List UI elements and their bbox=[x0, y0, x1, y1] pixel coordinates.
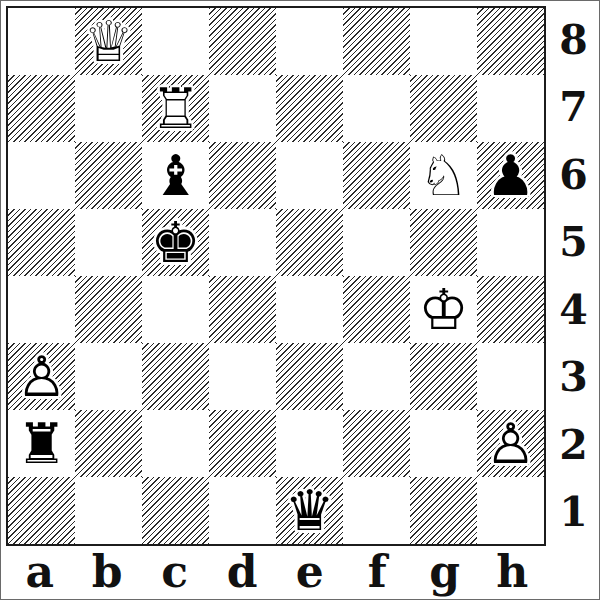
square-b1 bbox=[75, 477, 142, 544]
square-g8 bbox=[410, 8, 477, 75]
square-d5 bbox=[209, 209, 276, 276]
square-a3: ♟♙ bbox=[8, 343, 75, 410]
square-g5 bbox=[410, 209, 477, 276]
square-c5: ♚ bbox=[142, 209, 209, 276]
file-label-b: b bbox=[74, 544, 142, 598]
square-c2 bbox=[142, 410, 209, 477]
white-king-g4: ♔ bbox=[410, 276, 477, 343]
square-e5 bbox=[276, 209, 343, 276]
square-h3 bbox=[477, 343, 544, 410]
square-f5 bbox=[343, 209, 410, 276]
square-d6 bbox=[209, 142, 276, 209]
square-d1 bbox=[209, 477, 276, 544]
square-d3 bbox=[209, 343, 276, 410]
black-pawn-h6: ♟ bbox=[477, 142, 544, 209]
white-pawn-h2: ♙ bbox=[477, 410, 544, 477]
black-bishop-c6: ♝ bbox=[142, 142, 209, 209]
rank-label-1: 1 bbox=[548, 479, 599, 547]
square-g2 bbox=[410, 410, 477, 477]
square-e4 bbox=[276, 276, 343, 343]
rank-labels: 87654321 bbox=[548, 6, 599, 546]
square-f2 bbox=[343, 410, 410, 477]
square-f7 bbox=[343, 75, 410, 142]
square-g1 bbox=[410, 477, 477, 544]
square-c8 bbox=[142, 8, 209, 75]
square-h8 bbox=[477, 8, 544, 75]
square-f8 bbox=[343, 8, 410, 75]
black-queen-e1: ♛ bbox=[276, 477, 343, 544]
square-g6: ♞♘ bbox=[410, 142, 477, 209]
square-b4 bbox=[75, 276, 142, 343]
rank-label-7: 7 bbox=[548, 74, 599, 142]
square-e3 bbox=[276, 343, 343, 410]
square-g3 bbox=[410, 343, 477, 410]
square-c4 bbox=[142, 276, 209, 343]
rank-label-8: 8 bbox=[548, 6, 599, 74]
white-pawn-a3: ♙ bbox=[8, 343, 75, 410]
rank-label-2: 2 bbox=[548, 411, 599, 479]
square-a8 bbox=[8, 8, 75, 75]
square-e8 bbox=[276, 8, 343, 75]
square-b3 bbox=[75, 343, 142, 410]
square-c1 bbox=[142, 477, 209, 544]
square-h6: ♟ bbox=[477, 142, 544, 209]
square-h2: ♟♙ bbox=[477, 410, 544, 477]
square-e6 bbox=[276, 142, 343, 209]
chess-diagram: ♛♕♜♖♝♞♘♟♚♚♔♟♙♜♟♙♛ 87654321 abcdefgh bbox=[0, 0, 600, 600]
square-b5 bbox=[75, 209, 142, 276]
square-c3 bbox=[142, 343, 209, 410]
square-d4 bbox=[209, 276, 276, 343]
square-h1 bbox=[477, 477, 544, 544]
square-h4 bbox=[477, 276, 544, 343]
square-g4: ♚♔ bbox=[410, 276, 477, 343]
square-d7 bbox=[209, 75, 276, 142]
file-label-c: c bbox=[141, 544, 209, 598]
square-f3 bbox=[343, 343, 410, 410]
black-king-c5: ♚ bbox=[142, 209, 209, 276]
square-c7: ♜♖ bbox=[142, 75, 209, 142]
square-e7 bbox=[276, 75, 343, 142]
file-label-e: e bbox=[276, 544, 344, 598]
white-knight-g6: ♘ bbox=[410, 142, 477, 209]
rank-label-5: 5 bbox=[548, 209, 599, 277]
square-h5 bbox=[477, 209, 544, 276]
file-labels: abcdefgh bbox=[6, 544, 546, 598]
file-label-d: d bbox=[209, 544, 277, 598]
file-label-f: f bbox=[344, 544, 412, 598]
square-f6 bbox=[343, 142, 410, 209]
square-f4 bbox=[343, 276, 410, 343]
square-e1: ♛ bbox=[276, 477, 343, 544]
file-label-h: h bbox=[479, 544, 547, 598]
file-label-g: g bbox=[411, 544, 479, 598]
square-b2 bbox=[75, 410, 142, 477]
square-a6 bbox=[8, 142, 75, 209]
square-b6 bbox=[75, 142, 142, 209]
square-a4 bbox=[8, 276, 75, 343]
black-rook-a2: ♜ bbox=[8, 410, 75, 477]
rank-label-3: 3 bbox=[548, 344, 599, 412]
square-f1 bbox=[343, 477, 410, 544]
square-a5 bbox=[8, 209, 75, 276]
square-e2 bbox=[276, 410, 343, 477]
white-rook-c7: ♖ bbox=[142, 75, 209, 142]
chess-board: ♛♕♜♖♝♞♘♟♚♚♔♟♙♜♟♙♛ bbox=[6, 6, 546, 546]
square-h7 bbox=[477, 75, 544, 142]
white-queen-b8: ♕ bbox=[75, 8, 142, 75]
square-b7 bbox=[75, 75, 142, 142]
rank-label-6: 6 bbox=[548, 141, 599, 209]
file-label-a: a bbox=[6, 544, 74, 598]
rank-label-4: 4 bbox=[548, 276, 599, 344]
square-c6: ♝ bbox=[142, 142, 209, 209]
square-a2: ♜ bbox=[8, 410, 75, 477]
square-b8: ♛♕ bbox=[75, 8, 142, 75]
square-g7 bbox=[410, 75, 477, 142]
square-a1 bbox=[8, 477, 75, 544]
square-d2 bbox=[209, 410, 276, 477]
square-a7 bbox=[8, 75, 75, 142]
square-d8 bbox=[209, 8, 276, 75]
